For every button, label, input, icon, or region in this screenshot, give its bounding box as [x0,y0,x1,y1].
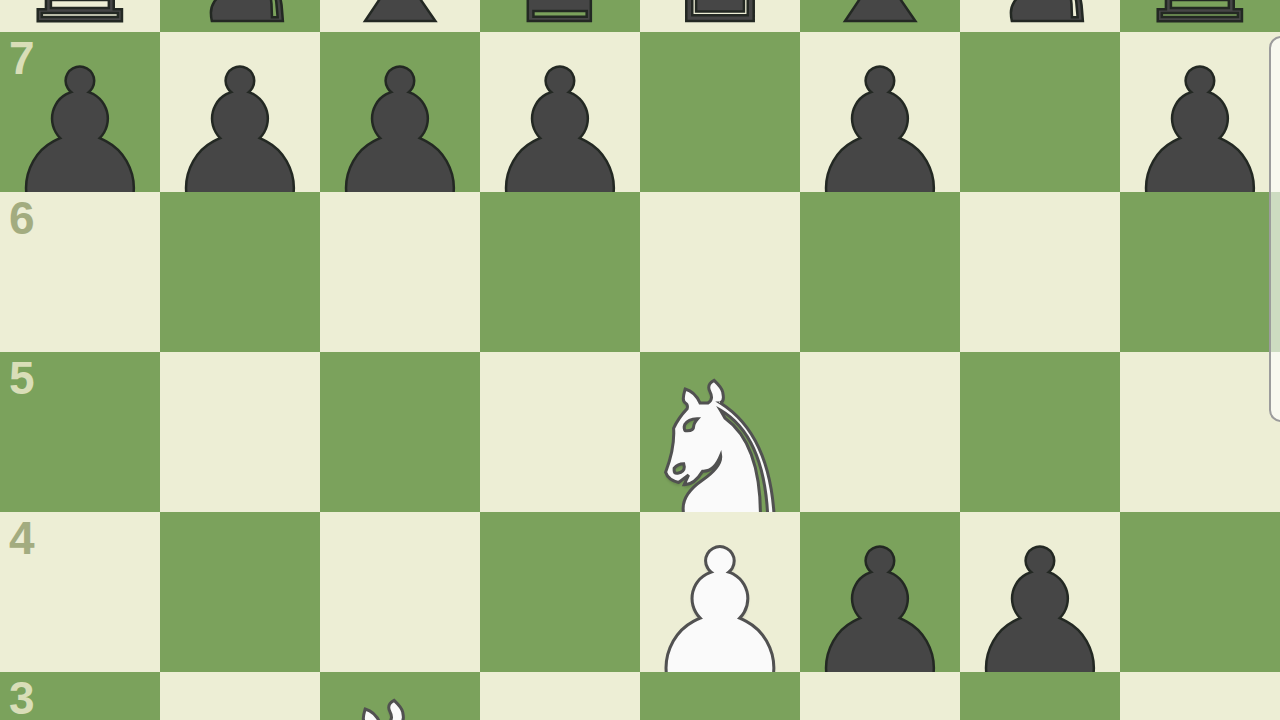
square-c8[interactable]: ♝ [320,0,480,32]
square-g7[interactable] [960,32,1120,212]
black-king-e8[interactable]: ♚ [653,0,787,32]
board-row-rank-3: 3♞ [0,672,1280,720]
square-a4[interactable]: 4 [0,512,160,692]
square-h7[interactable]: ♟ [1120,32,1280,212]
square-e6[interactable] [640,192,800,352]
rank-label-5: 5 [9,355,35,401]
square-a6[interactable]: 6 [0,192,160,352]
rank-label-3: 3 [9,675,35,720]
square-h4[interactable] [1120,512,1280,692]
black-rook-h8[interactable]: ♜ [1133,0,1267,32]
square-b6[interactable] [160,192,320,352]
square-f6[interactable] [800,192,960,352]
black-bishop-f8[interactable]: ♝ [813,0,947,32]
board-row-rank-6: 6 [0,192,1280,352]
square-d4[interactable] [480,512,640,692]
board-row-rank-8: ♜♞♝♛♚♝♞♜ [0,0,1280,32]
square-e7[interactable] [640,32,800,212]
square-f8[interactable]: ♝ [800,0,960,32]
square-e8[interactable]: ♚ [640,0,800,32]
square-e4[interactable]: ♟ [640,512,800,692]
chess-board: ♜♞♝♛♚♝♞♜♟7♟♟♟♟♟65♞4♟♟♟3♞ [0,0,1280,720]
board-row-rank-7: ♟7♟♟♟♟♟ [0,32,1280,192]
square-a3[interactable]: 3 [0,672,160,720]
square-h6[interactable] [1120,192,1280,352]
rank-label-4: 4 [9,515,35,561]
square-b7[interactable]: ♟ [160,32,320,212]
board-row-rank-5: 5♞ [0,352,1280,512]
black-rook-a8[interactable]: ♜ [13,0,147,32]
square-g4[interactable]: ♟ [960,512,1120,692]
black-bishop-c8[interactable]: ♝ [333,0,467,32]
black-knight-g8[interactable]: ♞ [973,0,1107,32]
square-e3[interactable] [640,672,800,720]
square-h3[interactable] [1120,672,1280,720]
square-f3[interactable] [800,672,960,720]
rank-label-6: 6 [9,195,35,241]
square-a8[interactable]: ♜ [0,0,160,32]
square-b8[interactable]: ♞ [160,0,320,32]
square-d7[interactable]: ♟ [480,32,640,212]
side-panel-edge [1269,36,1280,422]
square-d8[interactable]: ♛ [480,0,640,32]
square-c7[interactable]: ♟ [320,32,480,212]
board-row-rank-4: 4♟♟♟ [0,512,1280,672]
square-c6[interactable] [320,192,480,352]
square-h8[interactable]: ♜ [1120,0,1280,32]
chess-app-screen: ♜♞♝♛♚♝♞♜♟7♟♟♟♟♟65♞4♟♟♟3♞ [0,0,1280,720]
square-d6[interactable] [480,192,640,352]
square-f4[interactable]: ♟ [800,512,960,692]
square-g8[interactable]: ♞ [960,0,1120,32]
square-d3[interactable] [480,672,640,720]
black-queen-d8[interactable]: ♛ [493,0,627,32]
square-b4[interactable] [160,512,320,692]
white-knight-c3[interactable]: ♞ [315,679,485,720]
square-b3[interactable] [160,672,320,720]
black-knight-b8[interactable]: ♞ [173,0,307,32]
square-g6[interactable] [960,192,1120,352]
square-g3[interactable] [960,672,1120,720]
square-f7[interactable]: ♟ [800,32,960,212]
square-c3[interactable]: ♞ [320,672,480,720]
square-a7[interactable]: ♟7 [0,32,160,212]
